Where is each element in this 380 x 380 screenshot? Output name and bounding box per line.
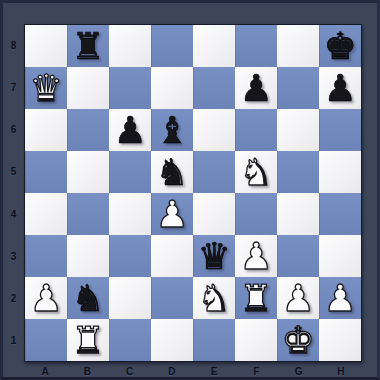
square-g1[interactable]: ♚: [277, 319, 319, 361]
square-f1[interactable]: [235, 319, 277, 361]
square-h6[interactable]: [319, 109, 361, 151]
square-h5[interactable]: [319, 151, 361, 193]
square-b7[interactable]: [67, 67, 109, 109]
black-knight-b2[interactable]: ♞: [67, 277, 109, 319]
black-bishop-d6[interactable]: ♝: [151, 109, 193, 151]
square-e4[interactable]: [193, 193, 235, 235]
rank-label-7: 7: [3, 66, 24, 108]
square-g5[interactable]: [277, 151, 319, 193]
square-d1[interactable]: [151, 319, 193, 361]
square-a3[interactable]: [25, 235, 67, 277]
square-d5[interactable]: ♞: [151, 151, 193, 193]
square-d4[interactable]: ♟: [151, 193, 193, 235]
square-c8[interactable]: [109, 25, 151, 67]
black-rook-b8[interactable]: ♜: [67, 25, 109, 67]
square-h7[interactable]: ♟: [319, 67, 361, 109]
white-king-g1[interactable]: ♚: [277, 319, 319, 361]
black-queen-e3[interactable]: ♛: [193, 235, 235, 277]
square-b6[interactable]: [67, 109, 109, 151]
square-f8[interactable]: [235, 25, 277, 67]
file-label-f: F: [235, 362, 277, 380]
square-b1[interactable]: ♜: [67, 319, 109, 361]
rank-label-6: 6: [3, 109, 24, 151]
square-a1[interactable]: [25, 319, 67, 361]
square-a2[interactable]: ♟: [25, 277, 67, 319]
white-pawn-f3[interactable]: ♟: [235, 235, 277, 277]
white-pawn-g2[interactable]: ♟: [277, 277, 319, 319]
square-e1[interactable]: [193, 319, 235, 361]
square-c1[interactable]: [109, 319, 151, 361]
rank-label-1: 1: [3, 320, 24, 362]
square-d7[interactable]: [151, 67, 193, 109]
black-knight-d5[interactable]: ♞: [151, 151, 193, 193]
square-a7[interactable]: ♛: [25, 67, 67, 109]
white-pawn-h2[interactable]: ♟: [319, 277, 361, 319]
square-h1[interactable]: [319, 319, 361, 361]
square-f6[interactable]: [235, 109, 277, 151]
white-queen-a7[interactable]: ♛: [25, 67, 67, 109]
square-f7[interactable]: ♟: [235, 67, 277, 109]
white-pawn-d4[interactable]: ♟: [151, 193, 193, 235]
square-b8[interactable]: ♜: [67, 25, 109, 67]
black-pawn-h7[interactable]: ♟: [319, 67, 361, 109]
white-knight-f5[interactable]: ♞: [235, 151, 277, 193]
square-h8[interactable]: ♚: [319, 25, 361, 67]
square-h4[interactable]: [319, 193, 361, 235]
square-h3[interactable]: [319, 235, 361, 277]
square-c3[interactable]: [109, 235, 151, 277]
square-e2[interactable]: ♞: [193, 277, 235, 319]
square-g8[interactable]: [277, 25, 319, 67]
square-c6[interactable]: ♟: [109, 109, 151, 151]
square-g3[interactable]: [277, 235, 319, 277]
square-f4[interactable]: [235, 193, 277, 235]
square-e5[interactable]: [193, 151, 235, 193]
square-e7[interactable]: [193, 67, 235, 109]
square-b2[interactable]: ♞: [67, 277, 109, 319]
square-d6[interactable]: ♝: [151, 109, 193, 151]
square-b5[interactable]: [67, 151, 109, 193]
square-c4[interactable]: [109, 193, 151, 235]
chess-board: ♜♚♛♟♟♟♝♞♞♟♛♟♟♞♞♜♟♟♜♚: [24, 24, 362, 362]
square-d3[interactable]: [151, 235, 193, 277]
square-f2[interactable]: ♜: [235, 277, 277, 319]
rank-label-5: 5: [3, 151, 24, 193]
square-g4[interactable]: [277, 193, 319, 235]
rank-label-4: 4: [3, 193, 24, 235]
square-d8[interactable]: [151, 25, 193, 67]
black-pawn-f7[interactable]: ♟: [235, 67, 277, 109]
chess-diagram: 87654321 ABCDEFGH ♜♚♛♟♟♟♝♞♞♟♛♟♟♞♞♜♟♟♜♚: [0, 0, 380, 380]
file-label-b: B: [66, 362, 108, 380]
square-c2[interactable]: [109, 277, 151, 319]
file-label-h: H: [320, 362, 362, 380]
black-king-h8[interactable]: ♚: [319, 25, 361, 67]
square-f5[interactable]: ♞: [235, 151, 277, 193]
rank-label-8: 8: [3, 24, 24, 66]
file-label-e: E: [193, 362, 235, 380]
square-e8[interactable]: [193, 25, 235, 67]
square-g6[interactable]: [277, 109, 319, 151]
square-a4[interactable]: [25, 193, 67, 235]
file-label-a: A: [24, 362, 66, 380]
file-labels: ABCDEFGH: [24, 362, 362, 380]
file-label-d: D: [151, 362, 193, 380]
rank-labels: 87654321: [3, 24, 24, 362]
square-f3[interactable]: ♟: [235, 235, 277, 277]
white-pawn-a2[interactable]: ♟: [25, 277, 67, 319]
square-e3[interactable]: ♛: [193, 235, 235, 277]
square-c7[interactable]: [109, 67, 151, 109]
square-c5[interactable]: [109, 151, 151, 193]
square-a5[interactable]: [25, 151, 67, 193]
white-knight-e2[interactable]: ♞: [193, 277, 235, 319]
square-b3[interactable]: [67, 235, 109, 277]
square-e6[interactable]: [193, 109, 235, 151]
square-a8[interactable]: [25, 25, 67, 67]
square-g2[interactable]: ♟: [277, 277, 319, 319]
white-rook-f2[interactable]: ♜: [235, 277, 277, 319]
square-d2[interactable]: [151, 277, 193, 319]
black-pawn-c6[interactable]: ♟: [109, 109, 151, 151]
white-rook-b1[interactable]: ♜: [67, 319, 109, 361]
file-label-c: C: [109, 362, 151, 380]
square-h2[interactable]: ♟: [319, 277, 361, 319]
rank-label-2: 2: [3, 278, 24, 320]
square-g7[interactable]: [277, 67, 319, 109]
rank-label-3: 3: [3, 235, 24, 277]
file-label-g: G: [278, 362, 320, 380]
square-a6[interactable]: [25, 109, 67, 151]
square-b4[interactable]: [67, 193, 109, 235]
